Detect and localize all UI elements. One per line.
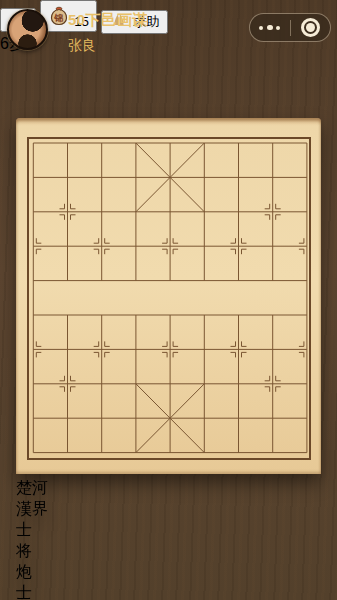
top-bar: 50下邑画谋 张良: [0, 0, 337, 62]
piece-士[interactable]: 士: [16, 583, 321, 600]
more-button[interactable]: [250, 14, 290, 41]
river-label-chu: 楚河: [16, 478, 321, 499]
more-icon: [259, 26, 263, 30]
piece-grid: 士将炮士象馬象車炮卒相帥: [16, 520, 321, 600]
player-name: 张良: [68, 37, 148, 55]
board-gridlines: [16, 118, 321, 474]
exit-button[interactable]: [291, 14, 331, 41]
board-surface[interactable]: 楚河 漢界 士将炮士象馬象車炮卒相帥: [16, 118, 321, 474]
level-title: 50下邑画谋: [68, 11, 148, 30]
piece-士[interactable]: 士: [16, 520, 321, 541]
wechat-minigame-screen: 50下邑画谋 张良 楚河 漢界 士将炮士象馬象車炮卒相帥: [0, 0, 337, 600]
exit-icon: [301, 18, 320, 37]
level-info: 50下邑画谋 张良: [68, 11, 148, 55]
piece-将[interactable]: 将: [16, 541, 321, 562]
miniprogram-capsule: [249, 13, 331, 42]
river-label-han: 漢界: [16, 499, 321, 520]
piece-炮[interactable]: 炮: [16, 562, 321, 583]
xiangqi-board[interactable]: 楚河 漢界 士将炮士象馬象車炮卒相帥: [16, 118, 321, 487]
player-avatar: [7, 9, 48, 50]
